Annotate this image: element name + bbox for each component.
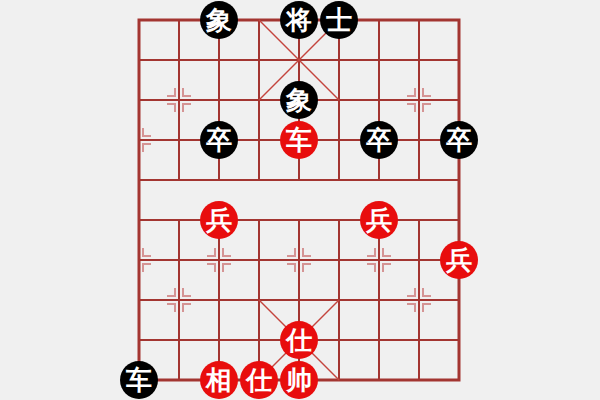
intersection-2-9[interactable]: 相 <box>199 360 239 400</box>
intersection-7-3[interactable] <box>399 120 439 160</box>
intersection-7-8[interactable] <box>399 320 439 360</box>
intersection-7-9[interactable] <box>399 360 439 400</box>
red-general[interactable]: 帅 <box>280 361 318 399</box>
intersection-4-5[interactable] <box>279 200 319 240</box>
intersection-8-6[interactable]: 兵 <box>439 240 479 280</box>
black-elephant[interactable]: 象 <box>280 81 318 119</box>
intersection-1-6[interactable] <box>159 240 199 280</box>
intersection-1-2[interactable] <box>159 80 199 120</box>
intersection-4-3[interactable]: 车 <box>279 120 319 160</box>
intersection-5-5[interactable] <box>319 200 359 240</box>
red-advisor[interactable]: 仕 <box>240 361 278 399</box>
intersection-0-5[interactable] <box>119 200 159 240</box>
red-elephant[interactable]: 相 <box>200 361 238 399</box>
black-chariot[interactable]: 车 <box>120 361 158 399</box>
xiangqi-board-stage: 象将士象卒车卒卒兵兵兵仕车相仕帅 <box>0 0 600 400</box>
intersection-2-0[interactable]: 象 <box>199 0 239 40</box>
intersection-4-6[interactable] <box>279 240 319 280</box>
intersection-1-3[interactable] <box>159 120 199 160</box>
intersection-6-1[interactable] <box>359 40 399 80</box>
intersection-0-8[interactable] <box>119 320 159 360</box>
intersection-2-5[interactable]: 兵 <box>199 200 239 240</box>
intersection-5-8[interactable] <box>319 320 359 360</box>
intersection-6-7[interactable] <box>359 280 399 320</box>
intersection-1-5[interactable] <box>159 200 199 240</box>
intersection-4-9[interactable]: 帅 <box>279 360 319 400</box>
intersection-2-8[interactable] <box>199 320 239 360</box>
intersection-4-7[interactable] <box>279 280 319 320</box>
intersection-5-2[interactable] <box>319 80 359 120</box>
intersection-0-4[interactable] <box>119 160 159 200</box>
intersection-6-5[interactable]: 兵 <box>359 200 399 240</box>
intersection-3-9[interactable]: 仕 <box>239 360 279 400</box>
red-chariot[interactable]: 车 <box>280 121 318 159</box>
intersection-4-1[interactable] <box>279 40 319 80</box>
intersection-1-4[interactable] <box>159 160 199 200</box>
black-pawn[interactable]: 卒 <box>200 121 238 159</box>
xiangqi-board: 象将士象卒车卒卒兵兵兵仕车相仕帅 <box>119 0 479 400</box>
intersection-3-0[interactable] <box>239 0 279 40</box>
intersection-8-0[interactable] <box>439 0 479 40</box>
intersection-1-0[interactable] <box>159 0 199 40</box>
intersection-6-3[interactable]: 卒 <box>359 120 399 160</box>
intersection-6-6[interactable] <box>359 240 399 280</box>
black-advisor[interactable]: 士 <box>320 1 358 39</box>
intersection-8-5[interactable] <box>439 200 479 240</box>
intersection-0-0[interactable] <box>119 0 159 40</box>
intersection-0-2[interactable] <box>119 80 159 120</box>
intersection-5-3[interactable] <box>319 120 359 160</box>
intersection-1-8[interactable] <box>159 320 199 360</box>
intersection-8-8[interactable] <box>439 320 479 360</box>
intersection-8-3[interactable]: 卒 <box>439 120 479 160</box>
intersection-3-1[interactable] <box>239 40 279 80</box>
intersection-2-3[interactable]: 卒 <box>199 120 239 160</box>
intersection-5-0[interactable]: 士 <box>319 0 359 40</box>
black-pawn[interactable]: 卒 <box>440 121 478 159</box>
intersection-5-6[interactable] <box>319 240 359 280</box>
intersection-7-0[interactable] <box>399 0 439 40</box>
red-pawn[interactable]: 兵 <box>440 241 478 279</box>
intersection-0-1[interactable] <box>119 40 159 80</box>
intersection-3-3[interactable] <box>239 120 279 160</box>
intersection-0-7[interactable] <box>119 280 159 320</box>
intersection-3-4[interactable] <box>239 160 279 200</box>
intersection-7-2[interactable] <box>399 80 439 120</box>
intersection-2-7[interactable] <box>199 280 239 320</box>
intersection-3-5[interactable] <box>239 200 279 240</box>
intersection-8-1[interactable] <box>439 40 479 80</box>
black-pawn[interactable]: 卒 <box>360 121 398 159</box>
intersection-6-4[interactable] <box>359 160 399 200</box>
intersection-2-4[interactable] <box>199 160 239 200</box>
intersection-6-8[interactable] <box>359 320 399 360</box>
red-pawn[interactable]: 兵 <box>200 201 238 239</box>
intersection-8-2[interactable] <box>439 80 479 120</box>
intersection-7-1[interactable] <box>399 40 439 80</box>
intersection-0-6[interactable] <box>119 240 159 280</box>
intersection-5-7[interactable] <box>319 280 359 320</box>
intersection-6-0[interactable] <box>359 0 399 40</box>
intersection-4-4[interactable] <box>279 160 319 200</box>
intersection-6-9[interactable] <box>359 360 399 400</box>
intersection-7-4[interactable] <box>399 160 439 200</box>
intersection-0-9[interactable]: 车 <box>119 360 159 400</box>
intersection-8-9[interactable] <box>439 360 479 400</box>
intersection-2-2[interactable] <box>199 80 239 120</box>
intersection-7-7[interactable] <box>399 280 439 320</box>
intersection-6-2[interactable] <box>359 80 399 120</box>
intersection-2-6[interactable] <box>199 240 239 280</box>
intersection-1-9[interactable] <box>159 360 199 400</box>
intersection-3-6[interactable] <box>239 240 279 280</box>
intersection-8-7[interactable] <box>439 280 479 320</box>
intersection-5-9[interactable] <box>319 360 359 400</box>
red-pawn[interactable]: 兵 <box>360 201 398 239</box>
intersection-4-2[interactable]: 象 <box>279 80 319 120</box>
intersection-3-2[interactable] <box>239 80 279 120</box>
intersection-5-1[interactable] <box>319 40 359 80</box>
intersection-3-7[interactable] <box>239 280 279 320</box>
black-general[interactable]: 将 <box>280 1 318 39</box>
intersection-8-4[interactable] <box>439 160 479 200</box>
black-elephant[interactable]: 象 <box>200 1 238 39</box>
intersection-4-8[interactable]: 仕 <box>279 320 319 360</box>
intersection-7-5[interactable] <box>399 200 439 240</box>
red-advisor[interactable]: 仕 <box>280 321 318 359</box>
intersection-3-8[interactable] <box>239 320 279 360</box>
intersection-2-1[interactable] <box>199 40 239 80</box>
intersection-1-1[interactable] <box>159 40 199 80</box>
intersection-1-7[interactable] <box>159 280 199 320</box>
intersection-7-6[interactable] <box>399 240 439 280</box>
intersection-0-3[interactable] <box>119 120 159 160</box>
intersection-4-0[interactable]: 将 <box>279 0 319 40</box>
intersection-5-4[interactable] <box>319 160 359 200</box>
